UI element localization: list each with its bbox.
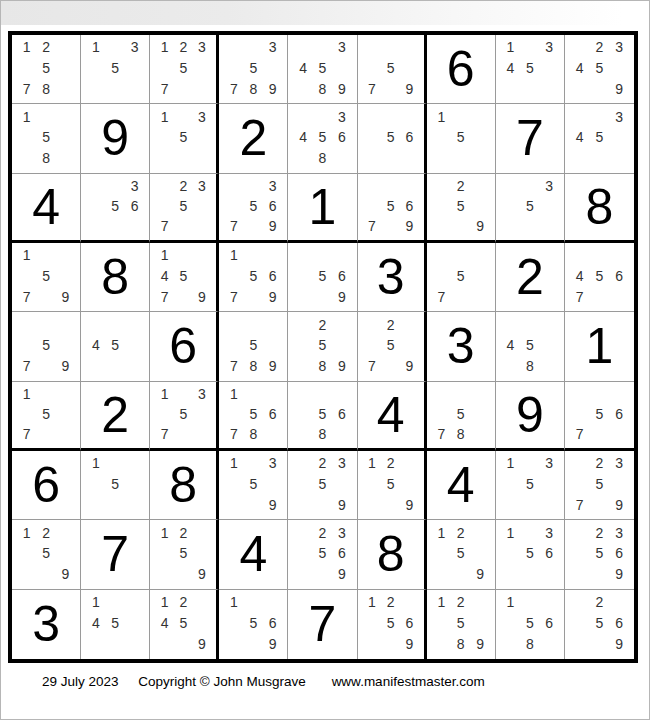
candidate: 6 xyxy=(263,404,282,424)
empty-slot xyxy=(501,314,520,335)
cell-r4c3[interactable]: 14579 xyxy=(150,243,219,312)
cell-r2c5[interactable]: 34568 xyxy=(288,104,357,173)
candidate: 3 xyxy=(125,176,144,196)
cell-r6c6[interactable]: 4 xyxy=(358,382,427,451)
candidate: 1 xyxy=(17,522,36,543)
cell-r6c1[interactable]: 157 xyxy=(12,382,81,451)
cell-r6c8[interactable]: 9 xyxy=(496,382,565,451)
cell-r4c6[interactable]: 3 xyxy=(358,243,427,312)
empty-slot xyxy=(293,522,312,543)
cell-r3c2[interactable]: 356 xyxy=(81,174,150,243)
candidate: 9 xyxy=(263,287,282,308)
footer-website[interactable]: www.manifestmaster.com xyxy=(332,674,485,689)
candidate: 2 xyxy=(590,453,610,474)
empty-slot xyxy=(540,58,559,79)
candidate-grid: 4567 xyxy=(565,243,634,311)
candidate-grid: 15678 xyxy=(219,382,287,448)
candidate: 2 xyxy=(451,522,470,543)
cell-r7c3[interactable]: 8 xyxy=(150,451,219,520)
candidate: 6 xyxy=(400,196,419,216)
empty-slot xyxy=(193,127,212,148)
empty-slot xyxy=(609,245,629,266)
empty-slot xyxy=(36,424,55,444)
empty-slot xyxy=(590,634,610,655)
empty-slot xyxy=(105,453,124,474)
cell-r5c7[interactable]: 3 xyxy=(427,312,496,381)
empty-slot xyxy=(244,453,263,474)
candidate: 7 xyxy=(570,424,590,444)
candidate: 9 xyxy=(263,216,282,236)
candidate: 9 xyxy=(193,634,212,655)
empty-slot xyxy=(520,79,539,100)
cell-r9c3[interactable]: 12459 xyxy=(150,590,219,659)
empty-slot xyxy=(432,543,451,564)
cell-r7c6[interactable]: 1259 xyxy=(358,451,427,520)
empty-slot xyxy=(313,384,332,404)
candidate: 5 xyxy=(451,613,470,634)
cell-r6c2[interactable]: 2 xyxy=(81,382,150,451)
candidate: 5 xyxy=(313,127,332,148)
candidate: 7 xyxy=(224,356,243,377)
cell-r6c7[interactable]: 578 xyxy=(427,382,496,451)
candidate: 5 xyxy=(520,58,539,79)
empty-slot xyxy=(501,564,520,585)
candidate: 5 xyxy=(520,543,539,564)
candidate-grid: 356 xyxy=(81,174,149,240)
empty-slot xyxy=(36,356,55,377)
empty-slot xyxy=(520,495,539,516)
candidate: 1 xyxy=(17,106,36,127)
empty-slot xyxy=(125,79,144,100)
cell-r5c8[interactable]: 458 xyxy=(496,312,565,381)
candidate: 9 xyxy=(263,634,282,655)
cell-value: 8 xyxy=(565,174,634,240)
candidate: 7 xyxy=(432,424,451,444)
candidate: 5 xyxy=(313,266,332,287)
empty-slot xyxy=(155,196,174,216)
cell-r3c5[interactable]: 1 xyxy=(288,174,357,243)
empty-slot xyxy=(293,245,312,266)
empty-slot xyxy=(470,176,489,196)
candidate: 8 xyxy=(451,424,470,444)
candidate-grid: 34568 xyxy=(288,104,356,172)
empty-slot xyxy=(540,634,559,655)
cell-r8c6[interactable]: 8 xyxy=(358,520,427,589)
cell-value: 8 xyxy=(81,243,149,311)
empty-slot xyxy=(56,127,75,148)
cell-r6c3[interactable]: 1357 xyxy=(150,382,219,451)
empty-slot xyxy=(17,564,36,585)
cell-r8c3[interactable]: 1259 xyxy=(150,520,219,589)
cell-r4c9[interactable]: 4567 xyxy=(565,243,634,312)
cell-r2c4[interactable]: 2 xyxy=(219,104,288,173)
empty-slot xyxy=(174,245,193,266)
empty-slot xyxy=(224,58,243,79)
empty-slot xyxy=(400,176,419,196)
empty-slot xyxy=(193,404,212,424)
candidate: 8 xyxy=(36,148,55,169)
candidate: 9 xyxy=(193,287,212,308)
cell-r1c4[interactable]: 35789 xyxy=(219,35,288,104)
cell-r5c1[interactable]: 579 xyxy=(12,312,81,381)
candidate: 3 xyxy=(609,106,629,127)
cell-r4c1[interactable]: 1579 xyxy=(12,243,81,312)
cell-r3c3[interactable]: 2357 xyxy=(150,174,219,243)
empty-slot xyxy=(313,106,332,127)
candidate: 9 xyxy=(332,564,351,585)
candidate: 2 xyxy=(313,522,332,543)
candidate-grid: 5679 xyxy=(358,174,424,240)
candidate: 3 xyxy=(609,37,629,58)
empty-slot xyxy=(363,58,382,79)
empty-slot xyxy=(224,613,243,634)
empty-slot xyxy=(470,287,489,308)
candidate: 3 xyxy=(609,522,629,543)
candidate: 7 xyxy=(363,356,382,377)
candidate-grid: 135 xyxy=(496,451,564,519)
candidate: 2 xyxy=(381,592,400,613)
empty-slot xyxy=(56,58,75,79)
cell-r2c9[interactable]: 345 xyxy=(565,104,634,173)
candidate: 6 xyxy=(609,613,629,634)
cell-r7c4[interactable]: 1359 xyxy=(219,451,288,520)
candidate-grid: 345 xyxy=(565,104,634,172)
empty-slot xyxy=(609,424,629,444)
cell-r2c2[interactable]: 9 xyxy=(81,104,150,173)
cell-r8c4[interactable]: 4 xyxy=(219,520,288,589)
empty-slot xyxy=(570,79,590,100)
empty-slot xyxy=(540,495,559,516)
candidate: 5 xyxy=(381,474,400,495)
candidate-grid: 578 xyxy=(427,382,495,448)
candidate-grid: 2589 xyxy=(288,312,356,380)
empty-slot xyxy=(501,196,520,216)
empty-slot xyxy=(56,79,75,100)
candidate: 5 xyxy=(174,58,193,79)
candidate: 3 xyxy=(263,37,282,58)
candidate: 4 xyxy=(570,266,590,287)
empty-slot xyxy=(432,127,451,148)
cell-r9c1[interactable]: 3 xyxy=(12,590,81,659)
cell-r2c7[interactable]: 15 xyxy=(427,104,496,173)
empty-slot xyxy=(105,176,124,196)
candidate: 9 xyxy=(263,495,282,516)
candidate: 1 xyxy=(501,592,520,613)
cell-r4c5[interactable]: 569 xyxy=(288,243,357,312)
cell-r1c6[interactable]: 579 xyxy=(358,35,427,104)
candidate: 1 xyxy=(363,592,382,613)
cell-r9c2[interactable]: 145 xyxy=(81,590,150,659)
cell-r7c2[interactable]: 15 xyxy=(81,451,150,520)
candidate: 3 xyxy=(263,176,282,196)
empty-slot xyxy=(56,404,75,424)
candidate: 5 xyxy=(381,196,400,216)
empty-slot xyxy=(36,287,55,308)
cell-r9c8[interactable]: 1568 xyxy=(496,590,565,659)
empty-slot xyxy=(520,453,539,474)
candidate-grid: 23579 xyxy=(565,451,634,519)
cell-r6c4[interactable]: 15678 xyxy=(219,382,288,451)
candidate-grid: 34589 xyxy=(288,35,356,103)
empty-slot xyxy=(470,127,489,148)
cell-r1c5[interactable]: 34589 xyxy=(288,35,357,104)
candidate: 7 xyxy=(432,287,451,308)
empty-slot xyxy=(381,495,400,516)
candidate: 7 xyxy=(224,216,243,236)
empty-slot xyxy=(363,196,382,216)
cell-r9c9[interactable]: 2569 xyxy=(565,590,634,659)
candidate: 1 xyxy=(86,453,105,474)
candidate: 2 xyxy=(590,592,610,613)
candidate: 5 xyxy=(590,266,610,287)
cell-value: 9 xyxy=(81,104,149,172)
candidate: 7 xyxy=(17,287,36,308)
cell-r5c6[interactable]: 2579 xyxy=(358,312,427,381)
candidate: 8 xyxy=(313,424,332,444)
empty-slot xyxy=(125,58,144,79)
empty-slot xyxy=(570,404,590,424)
empty-slot xyxy=(105,79,124,100)
cell-value: 6 xyxy=(427,35,495,103)
empty-slot xyxy=(470,543,489,564)
cell-value: 4 xyxy=(12,174,80,240)
empty-slot xyxy=(155,404,174,424)
cell-r9c7[interactable]: 12589 xyxy=(427,590,496,659)
cell-r9c6[interactable]: 12569 xyxy=(358,590,427,659)
cell-r5c9[interactable]: 1 xyxy=(565,312,634,381)
cell-r3c6[interactable]: 5679 xyxy=(358,174,427,243)
cell-r4c7[interactable]: 57 xyxy=(427,243,496,312)
empty-slot xyxy=(470,148,489,169)
candidate-grid: 1568 xyxy=(496,590,564,659)
cell-r2c8[interactable]: 7 xyxy=(496,104,565,173)
empty-slot xyxy=(520,592,539,613)
cell-value: 7 xyxy=(288,590,356,659)
cell-r2c3[interactable]: 135 xyxy=(150,104,219,173)
empty-slot xyxy=(332,245,351,266)
cell-r4c2[interactable]: 8 xyxy=(81,243,150,312)
empty-slot xyxy=(155,634,174,655)
window-title-bar xyxy=(1,1,648,25)
cell-value: 4 xyxy=(427,451,495,519)
empty-slot xyxy=(590,384,610,404)
candidate-grid: 12569 xyxy=(358,590,424,659)
candidate: 5 xyxy=(590,58,610,79)
empty-slot xyxy=(155,148,174,169)
empty-slot xyxy=(570,384,590,404)
candidate: 5 xyxy=(36,58,55,79)
candidate: 1 xyxy=(155,384,174,404)
cell-r6c9[interactable]: 567 xyxy=(565,382,634,451)
candidate-grid: 158 xyxy=(12,104,80,172)
empty-slot xyxy=(293,384,312,404)
cell-r3c9[interactable]: 8 xyxy=(565,174,634,243)
candidate-grid: 145 xyxy=(81,590,149,659)
candidate: 2 xyxy=(174,592,193,613)
empty-slot xyxy=(363,176,382,196)
cell-r8c2[interactable]: 7 xyxy=(81,520,150,589)
candidate-grid: 1259 xyxy=(427,520,495,588)
empty-slot xyxy=(224,335,243,356)
cell-r7c8[interactable]: 135 xyxy=(496,451,565,520)
candidate-grid: 56 xyxy=(358,104,424,172)
empty-slot xyxy=(363,37,382,58)
cell-r7c7[interactable]: 4 xyxy=(427,451,496,520)
candidate: 7 xyxy=(155,424,174,444)
cell-r8c7[interactable]: 1259 xyxy=(427,520,496,589)
empty-slot xyxy=(432,148,451,169)
candidate: 2 xyxy=(313,314,332,335)
candidate: 5 xyxy=(381,127,400,148)
cell-r8c9[interactable]: 23569 xyxy=(565,520,634,589)
cell-r6c5[interactable]: 568 xyxy=(288,382,357,451)
cell-value: 6 xyxy=(12,451,80,519)
cell-r1c1[interactable]: 12578 xyxy=(12,35,81,104)
cell-r3c7[interactable]: 259 xyxy=(427,174,496,243)
empty-slot xyxy=(125,634,144,655)
cell-r1c8[interactable]: 1345 xyxy=(496,35,565,104)
candidate: 2 xyxy=(381,453,400,474)
empty-slot xyxy=(470,384,489,404)
candidate: 2 xyxy=(590,522,610,543)
empty-slot xyxy=(105,37,124,58)
candidate: 4 xyxy=(293,127,312,148)
empty-slot xyxy=(224,314,243,335)
cell-r8c1[interactable]: 1259 xyxy=(12,520,81,589)
cell-r9c4[interactable]: 1569 xyxy=(219,590,288,659)
empty-slot xyxy=(17,314,36,335)
cell-r7c9[interactable]: 23579 xyxy=(565,451,634,520)
cell-r7c1[interactable]: 6 xyxy=(12,451,81,520)
cell-r1c9[interactable]: 23459 xyxy=(565,35,634,104)
candidate-grid: 2579 xyxy=(358,312,424,380)
cell-r9c5[interactable]: 7 xyxy=(288,590,357,659)
cell-r5c4[interactable]: 5789 xyxy=(219,312,288,381)
cell-r2c6[interactable]: 56 xyxy=(358,104,427,173)
empty-slot xyxy=(332,384,351,404)
candidate: 3 xyxy=(193,37,212,58)
cell-r3c4[interactable]: 35679 xyxy=(219,174,288,243)
empty-slot xyxy=(193,613,212,634)
empty-slot xyxy=(570,564,590,585)
cell-r5c3[interactable]: 6 xyxy=(150,312,219,381)
empty-slot xyxy=(56,314,75,335)
cell-r2c1[interactable]: 158 xyxy=(12,104,81,173)
empty-slot xyxy=(400,474,419,495)
candidate: 6 xyxy=(609,404,629,424)
empty-slot xyxy=(17,148,36,169)
candidate: 7 xyxy=(224,287,243,308)
candidate: 6 xyxy=(263,196,282,216)
candidate: 3 xyxy=(609,453,629,474)
candidate: 5 xyxy=(244,266,263,287)
empty-slot xyxy=(363,127,382,148)
empty-slot xyxy=(293,79,312,100)
empty-slot xyxy=(56,384,75,404)
empty-slot xyxy=(520,564,539,585)
cell-r4c4[interactable]: 15679 xyxy=(219,243,288,312)
cell-r1c7[interactable]: 6 xyxy=(427,35,496,104)
cell-r8c5[interactable]: 23569 xyxy=(288,520,357,589)
cell-r5c2[interactable]: 45 xyxy=(81,312,150,381)
candidate: 7 xyxy=(363,79,382,100)
cell-r1c3[interactable]: 12357 xyxy=(150,35,219,104)
candidate: 4 xyxy=(155,613,174,634)
empty-slot xyxy=(193,424,212,444)
empty-slot xyxy=(363,314,382,335)
empty-slot xyxy=(332,335,351,356)
candidate: 5 xyxy=(590,404,610,424)
candidate: 7 xyxy=(155,216,174,236)
empty-slot xyxy=(17,335,36,356)
empty-slot xyxy=(105,314,124,335)
empty-slot xyxy=(56,148,75,169)
candidate: 1 xyxy=(432,522,451,543)
empty-slot xyxy=(381,79,400,100)
candidate: 1 xyxy=(155,522,174,543)
cell-value: 3 xyxy=(358,243,424,311)
empty-slot xyxy=(224,474,243,495)
empty-slot xyxy=(193,592,212,613)
empty-slot xyxy=(193,79,212,100)
cell-value: 7 xyxy=(496,104,564,172)
candidate: 1 xyxy=(363,453,382,474)
empty-slot xyxy=(244,245,263,266)
candidate: 5 xyxy=(381,58,400,79)
empty-slot xyxy=(263,384,282,404)
cell-r7c5[interactable]: 2359 xyxy=(288,451,357,520)
cell-r3c1[interactable]: 4 xyxy=(12,174,81,243)
candidate: 2 xyxy=(174,522,193,543)
empty-slot xyxy=(244,176,263,196)
empty-slot xyxy=(590,148,610,169)
empty-slot xyxy=(451,564,470,585)
empty-slot xyxy=(451,106,470,127)
candidate-grid: 12357 xyxy=(150,35,216,103)
candidate: 6 xyxy=(609,266,629,287)
empty-slot xyxy=(56,37,75,58)
candidate: 5 xyxy=(590,474,610,495)
candidate: 7 xyxy=(17,424,36,444)
empty-slot xyxy=(105,634,124,655)
empty-slot xyxy=(17,127,36,148)
empty-slot xyxy=(400,58,419,79)
empty-slot xyxy=(36,564,55,585)
empty-slot xyxy=(570,543,590,564)
candidate: 2 xyxy=(36,37,55,58)
cell-r4c8[interactable]: 2 xyxy=(496,243,565,312)
cell-r5c5[interactable]: 2589 xyxy=(288,312,357,381)
empty-slot xyxy=(470,522,489,543)
candidate: 7 xyxy=(363,216,382,236)
cell-r3c8[interactable]: 35 xyxy=(496,174,565,243)
cell-r8c8[interactable]: 1356 xyxy=(496,520,565,589)
candidate: 3 xyxy=(125,37,144,58)
candidate: 6 xyxy=(332,543,351,564)
candidate: 3 xyxy=(332,522,351,543)
candidate: 9 xyxy=(470,216,489,236)
empty-slot xyxy=(56,522,75,543)
empty-slot xyxy=(501,474,520,495)
empty-slot xyxy=(263,314,282,335)
candidate: 2 xyxy=(451,176,470,196)
cell-value: 8 xyxy=(150,451,216,519)
cell-value: 2 xyxy=(496,243,564,311)
empty-slot xyxy=(470,245,489,266)
cell-r1c2[interactable]: 135 xyxy=(81,35,150,104)
empty-slot xyxy=(432,634,451,655)
cell-value: 8 xyxy=(358,520,424,588)
